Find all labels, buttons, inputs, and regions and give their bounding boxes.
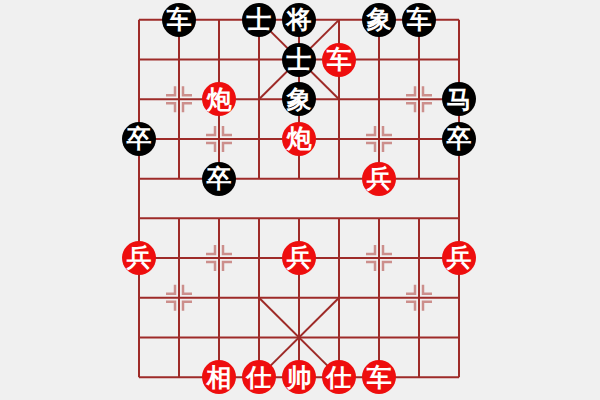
red-chariot[interactable]: 车 [362, 360, 396, 394]
board-point-f2[interactable] [319, 79, 359, 119]
board-point-a2[interactable] [119, 79, 159, 119]
board-point-f1[interactable]: 车 [319, 40, 359, 80]
board-point-h7[interactable] [399, 278, 439, 318]
board-point-g5[interactable] [359, 198, 399, 238]
board-point-b9[interactable] [159, 357, 199, 397]
board-point-i6[interactable]: 兵 [439, 238, 479, 278]
board-point-h9[interactable] [399, 357, 439, 397]
red-cannon[interactable]: 炮 [202, 82, 236, 116]
board-point-i2[interactable]: 马 [439, 79, 479, 119]
board-point-a6[interactable]: 兵 [119, 238, 159, 278]
red-elephant[interactable]: 相 [202, 360, 236, 394]
red-chariot[interactable]: 车 [322, 43, 356, 77]
board-point-e3[interactable]: 炮 [279, 119, 319, 159]
board-point-h2[interactable] [399, 79, 439, 119]
board-point-c3[interactable] [199, 119, 239, 159]
board-point-d6[interactable] [239, 238, 279, 278]
red-cannon[interactable]: 炮 [282, 122, 316, 156]
board-point-h1[interactable] [399, 40, 439, 80]
board-point-f0[interactable] [319, 0, 359, 40]
board-point-h0[interactable]: 车 [399, 0, 439, 40]
black-advisor[interactable]: 士 [242, 3, 276, 37]
board-point-c5[interactable] [199, 198, 239, 238]
board-point-g1[interactable] [359, 40, 399, 80]
black-horse[interactable]: 马 [442, 82, 476, 116]
board-point-a4[interactable] [119, 159, 159, 199]
board-point-a0[interactable] [119, 0, 159, 40]
board-point-c0[interactable] [199, 0, 239, 40]
board-point-c9[interactable]: 相 [199, 357, 239, 397]
board-point-c7[interactable] [199, 278, 239, 318]
red-soldier[interactable]: 兵 [122, 241, 156, 275]
board-point-d4[interactable] [239, 159, 279, 199]
board-point-b0[interactable]: 车 [159, 0, 199, 40]
board-point-c8[interactable] [199, 318, 239, 358]
board-point-g4[interactable]: 兵 [359, 159, 399, 199]
board-point-d9[interactable]: 仕 [239, 357, 279, 397]
board-point-e6[interactable]: 兵 [279, 238, 319, 278]
red-soldier[interactable]: 兵 [282, 241, 316, 275]
board-point-g0[interactable]: 象 [359, 0, 399, 40]
board-point-b1[interactable] [159, 40, 199, 80]
board-point-d5[interactable] [239, 198, 279, 238]
board-point-h8[interactable] [399, 318, 439, 358]
board-point-i1[interactable] [439, 40, 479, 80]
board-point-a7[interactable] [119, 278, 159, 318]
board-point-d0[interactable]: 士 [239, 0, 279, 40]
board-point-e7[interactable] [279, 278, 319, 318]
red-advisor[interactable]: 仕 [322, 360, 356, 394]
board-point-e5[interactable] [279, 198, 319, 238]
board-point-d2[interactable] [239, 79, 279, 119]
board-point-g6[interactable] [359, 238, 399, 278]
black-elephant[interactable]: 象 [282, 82, 316, 116]
board-point-a1[interactable] [119, 40, 159, 80]
board-point-a5[interactable] [119, 198, 159, 238]
red-soldier[interactable]: 兵 [362, 162, 396, 196]
board-point-i8[interactable] [439, 318, 479, 358]
board-point-g7[interactable] [359, 278, 399, 318]
board-point-i7[interactable] [439, 278, 479, 318]
board-point-e2[interactable]: 象 [279, 79, 319, 119]
board-point-b6[interactable] [159, 238, 199, 278]
board-point-h6[interactable] [399, 238, 439, 278]
board-point-i5[interactable] [439, 198, 479, 238]
board-point-b7[interactable] [159, 278, 199, 318]
red-soldier[interactable]: 兵 [442, 241, 476, 275]
black-chariot[interactable]: 车 [162, 3, 196, 37]
board-point-e4[interactable] [279, 159, 319, 199]
black-soldier[interactable]: 卒 [442, 122, 476, 156]
board-point-f4[interactable] [319, 159, 359, 199]
board-point-h4[interactable] [399, 159, 439, 199]
black-elephant[interactable]: 象 [362, 3, 396, 37]
board-point-i0[interactable] [439, 0, 479, 40]
board-point-f3[interactable] [319, 119, 359, 159]
board-point-f7[interactable] [319, 278, 359, 318]
board-point-c6[interactable] [199, 238, 239, 278]
board-point-c2[interactable]: 炮 [199, 79, 239, 119]
board-point-e0[interactable]: 将 [279, 0, 319, 40]
board-point-d3[interactable] [239, 119, 279, 159]
board-point-h3[interactable] [399, 119, 439, 159]
board-point-c1[interactable] [199, 40, 239, 80]
black-chariot[interactable]: 车 [402, 3, 436, 37]
board-point-a8[interactable] [119, 318, 159, 358]
board-point-d7[interactable] [239, 278, 279, 318]
xiangqi-board: 车士将象车士车炮象马卒炮卒卒兵兵兵兵相仕帅仕车 [119, 0, 479, 397]
black-soldier[interactable]: 卒 [202, 162, 236, 196]
red-advisor[interactable]: 仕 [242, 360, 276, 394]
board-point-i4[interactable] [439, 159, 479, 199]
board-point-d8[interactable] [239, 318, 279, 358]
board-point-g8[interactable] [359, 318, 399, 358]
board-point-b5[interactable] [159, 198, 199, 238]
board-point-f6[interactable] [319, 238, 359, 278]
black-general[interactable]: 将 [282, 3, 316, 37]
board-point-e9[interactable]: 帅 [279, 357, 319, 397]
board-point-i3[interactable]: 卒 [439, 119, 479, 159]
board-point-a3[interactable]: 卒 [119, 119, 159, 159]
black-advisor[interactable]: 士 [282, 43, 316, 77]
board-point-a9[interactable] [119, 357, 159, 397]
board-point-g3[interactable] [359, 119, 399, 159]
board-point-g9[interactable]: 车 [359, 357, 399, 397]
board-point-g2[interactable] [359, 79, 399, 119]
board-point-d1[interactable] [239, 40, 279, 80]
board-point-i9[interactable] [439, 357, 479, 397]
board-point-f5[interactable] [319, 198, 359, 238]
board-point-f9[interactable]: 仕 [319, 357, 359, 397]
board-point-e8[interactable] [279, 318, 319, 358]
board-point-e1[interactable]: 士 [279, 40, 319, 80]
black-soldier[interactable]: 卒 [122, 122, 156, 156]
board-point-b4[interactable] [159, 159, 199, 199]
board-point-c4[interactable]: 卒 [199, 159, 239, 199]
board-point-h5[interactable] [399, 198, 439, 238]
board-point-b2[interactable] [159, 79, 199, 119]
red-general[interactable]: 帅 [282, 360, 316, 394]
board-point-f8[interactable] [319, 318, 359, 358]
board-point-b8[interactable] [159, 318, 199, 358]
board-point-b3[interactable] [159, 119, 199, 159]
screenshot-canvas: 车士将象车士车炮象马卒炮卒卒兵兵兵兵相仕帅仕车 [0, 0, 600, 400]
